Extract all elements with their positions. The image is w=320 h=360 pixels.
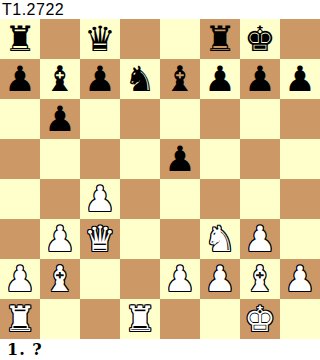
piece-black-bishop: ♝ [44, 59, 75, 99]
square-a6[interactable] [0, 99, 40, 139]
square-f2[interactable]: ♟ [200, 259, 240, 299]
piece-white-rook: ♜ [4, 299, 35, 339]
chess-board: ♜♛♜♚♟♝♟♞♝♟♟♟♟♟♟♟♛♞♟♟♝♟♟♝♟♜♜♚ [0, 19, 320, 339]
piece-black-bishop: ♝ [164, 59, 195, 99]
piece-black-queen: ♛ [84, 19, 115, 59]
square-e1[interactable] [160, 299, 200, 339]
square-d4[interactable] [120, 179, 160, 219]
square-c1[interactable] [80, 299, 120, 339]
square-d6[interactable] [120, 99, 160, 139]
piece-white-pawn: ♟ [244, 219, 275, 259]
chess-diagram-page: T1.2722 ♜♛♜♚♟♝♟♞♝♟♟♟♟♟♟♟♛♞♟♟♝♟♟♝♟♜♜♚ 1. … [0, 0, 320, 360]
square-f8[interactable]: ♜ [200, 19, 240, 59]
piece-white-bishop: ♝ [44, 259, 75, 299]
square-d2[interactable] [120, 259, 160, 299]
square-c3[interactable]: ♛ [80, 219, 120, 259]
square-e7[interactable]: ♝ [160, 59, 200, 99]
piece-white-pawn: ♟ [284, 259, 315, 299]
piece-white-pawn: ♟ [84, 179, 115, 219]
piece-black-rook: ♜ [4, 19, 35, 59]
square-d7[interactable]: ♞ [120, 59, 160, 99]
piece-white-pawn: ♟ [204, 259, 235, 299]
puzzle-title: T1.2722 [0, 0, 320, 19]
square-a3[interactable] [0, 219, 40, 259]
square-b2[interactable]: ♝ [40, 259, 80, 299]
piece-white-bishop: ♝ [244, 259, 275, 299]
square-h7[interactable]: ♟ [280, 59, 320, 99]
piece-white-rook: ♜ [124, 299, 155, 339]
square-c7[interactable]: ♟ [80, 59, 120, 99]
piece-white-knight: ♞ [204, 219, 235, 259]
square-h8[interactable] [280, 19, 320, 59]
piece-black-rook: ♜ [204, 19, 235, 59]
move-prompt: 1. ? [0, 339, 320, 360]
piece-black-king: ♚ [244, 19, 275, 59]
square-g8[interactable]: ♚ [240, 19, 280, 59]
piece-white-pawn: ♟ [44, 219, 75, 259]
square-e8[interactable] [160, 19, 200, 59]
piece-black-pawn: ♟ [164, 139, 195, 179]
square-e2[interactable]: ♟ [160, 259, 200, 299]
square-g7[interactable]: ♟ [240, 59, 280, 99]
square-b4[interactable] [40, 179, 80, 219]
square-e4[interactable] [160, 179, 200, 219]
square-h2[interactable]: ♟ [280, 259, 320, 299]
square-a2[interactable]: ♟ [0, 259, 40, 299]
square-b5[interactable] [40, 139, 80, 179]
square-c5[interactable] [80, 139, 120, 179]
piece-black-pawn: ♟ [284, 59, 315, 99]
square-f5[interactable] [200, 139, 240, 179]
square-g1[interactable]: ♚ [240, 299, 280, 339]
square-b1[interactable] [40, 299, 80, 339]
square-h6[interactable] [280, 99, 320, 139]
piece-black-pawn: ♟ [204, 59, 235, 99]
square-f6[interactable] [200, 99, 240, 139]
square-b7[interactable]: ♝ [40, 59, 80, 99]
square-e5[interactable]: ♟ [160, 139, 200, 179]
square-f3[interactable]: ♞ [200, 219, 240, 259]
square-a4[interactable] [0, 179, 40, 219]
square-a8[interactable]: ♜ [0, 19, 40, 59]
square-b8[interactable] [40, 19, 80, 59]
square-a1[interactable]: ♜ [0, 299, 40, 339]
square-e3[interactable] [160, 219, 200, 259]
square-f1[interactable] [200, 299, 240, 339]
piece-black-pawn: ♟ [244, 59, 275, 99]
square-c2[interactable] [80, 259, 120, 299]
square-g3[interactable]: ♟ [240, 219, 280, 259]
piece-black-pawn: ♟ [44, 99, 75, 139]
square-a5[interactable] [0, 139, 40, 179]
square-h5[interactable] [280, 139, 320, 179]
square-b3[interactable]: ♟ [40, 219, 80, 259]
square-g6[interactable] [240, 99, 280, 139]
square-h3[interactable] [280, 219, 320, 259]
square-e6[interactable] [160, 99, 200, 139]
piece-black-pawn: ♟ [4, 59, 35, 99]
square-h1[interactable] [280, 299, 320, 339]
square-h4[interactable] [280, 179, 320, 219]
square-b6[interactable]: ♟ [40, 99, 80, 139]
square-d1[interactable]: ♜ [120, 299, 160, 339]
square-c8[interactable]: ♛ [80, 19, 120, 59]
piece-white-pawn: ♟ [164, 259, 195, 299]
square-d8[interactable] [120, 19, 160, 59]
square-g4[interactable] [240, 179, 280, 219]
piece-black-pawn: ♟ [84, 59, 115, 99]
square-g5[interactable] [240, 139, 280, 179]
square-d3[interactable] [120, 219, 160, 259]
square-g2[interactable]: ♝ [240, 259, 280, 299]
piece-white-pawn: ♟ [4, 259, 35, 299]
piece-white-king: ♚ [244, 299, 275, 339]
square-a7[interactable]: ♟ [0, 59, 40, 99]
piece-white-queen: ♛ [84, 219, 115, 259]
square-c6[interactable] [80, 99, 120, 139]
square-f7[interactable]: ♟ [200, 59, 240, 99]
piece-black-knight: ♞ [124, 59, 155, 99]
square-d5[interactable] [120, 139, 160, 179]
square-c4[interactable]: ♟ [80, 179, 120, 219]
square-f4[interactable] [200, 179, 240, 219]
